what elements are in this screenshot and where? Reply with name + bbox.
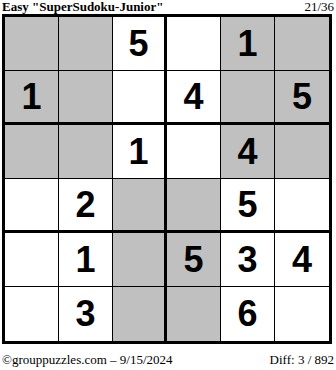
puzzle-header: Easy "SuperSudoku-Junior" 21/36 — [2, 0, 334, 14]
cell-r2c6-given-5[interactable]: 5 — [275, 71, 329, 125]
cell-r6c4-empty[interactable] — [167, 287, 221, 341]
cell-r4c5-given-5[interactable]: 5 — [221, 179, 275, 233]
cell-r1c5-given-1[interactable]: 1 — [221, 17, 275, 71]
empty-cells-counter: 21/36 — [304, 0, 334, 14]
cell-r4c6-empty[interactable] — [275, 179, 329, 233]
cell-r6c6-empty[interactable] — [275, 287, 329, 341]
cell-r3c6-empty[interactable] — [275, 125, 329, 179]
cell-r3c2-empty[interactable] — [59, 125, 113, 179]
cell-r3c4-empty[interactable] — [167, 125, 221, 179]
cell-r2c3-empty[interactable] — [113, 71, 167, 125]
cell-r4c2-given-2[interactable]: 2 — [59, 179, 113, 233]
cell-r5c5-given-3[interactable]: 3 — [221, 233, 275, 287]
sudoku-board: 511451425153436 — [2, 14, 332, 344]
puzzle-footer: ©grouppuzzles.com – 9/15/2024 Diff: 3 / … — [2, 352, 334, 367]
cell-r6c3-empty[interactable] — [113, 287, 167, 341]
cell-r3c1-empty[interactable] — [5, 125, 59, 179]
cell-r1c4-empty[interactable] — [167, 17, 221, 71]
cell-r2c4-given-4[interactable]: 4 — [167, 71, 221, 125]
puzzle-title: Easy "SuperSudoku-Junior" — [2, 0, 163, 14]
cell-r5c1-empty[interactable] — [5, 233, 59, 287]
cell-r3c3-given-1[interactable]: 1 — [113, 125, 167, 179]
cell-r4c4-empty[interactable] — [167, 179, 221, 233]
cell-r5c2-given-1[interactable]: 1 — [59, 233, 113, 287]
cell-r1c1-empty[interactable] — [5, 17, 59, 71]
cell-r4c3-empty[interactable] — [113, 179, 167, 233]
cell-r2c2-empty[interactable] — [59, 71, 113, 125]
cell-r6c1-empty[interactable] — [5, 287, 59, 341]
cell-r1c3-given-5[interactable]: 5 — [113, 17, 167, 71]
cell-r1c2-empty[interactable] — [59, 17, 113, 71]
cell-r3c5-given-4[interactable]: 4 — [221, 125, 275, 179]
cell-r6c2-given-3[interactable]: 3 — [59, 287, 113, 341]
cell-r2c1-given-1[interactable]: 1 — [5, 71, 59, 125]
cell-r4c1-empty[interactable] — [5, 179, 59, 233]
cell-r2c5-empty[interactable] — [221, 71, 275, 125]
puzzle-page: Easy "SuperSudoku-Junior" 21/36 51145142… — [0, 0, 336, 370]
cell-r6c5-given-6[interactable]: 6 — [221, 287, 275, 341]
cell-r5c4-given-5[interactable]: 5 — [167, 233, 221, 287]
copyright-date-text: ©grouppuzzles.com – 9/15/2024 — [2, 352, 173, 367]
difficulty-text: Diff: 3 / 892 — [270, 352, 334, 367]
cell-r1c6-empty[interactable] — [275, 17, 329, 71]
cell-r5c3-empty[interactable] — [113, 233, 167, 287]
cell-r5c6-given-4[interactable]: 4 — [275, 233, 329, 287]
